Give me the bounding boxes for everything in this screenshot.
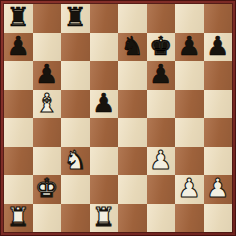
square-b3[interactable] xyxy=(33,147,62,176)
square-d1[interactable]: ♜ xyxy=(90,204,119,233)
square-c6[interactable] xyxy=(61,61,90,90)
square-b8[interactable] xyxy=(33,4,62,33)
square-a2[interactable] xyxy=(4,175,33,204)
square-a8[interactable]: ♜ xyxy=(4,4,33,33)
white-king[interactable]: ♚ xyxy=(35,175,58,201)
square-c2[interactable] xyxy=(61,175,90,204)
square-f2[interactable] xyxy=(147,175,176,204)
square-b6[interactable]: ♟ xyxy=(33,61,62,90)
square-d7[interactable] xyxy=(90,33,119,62)
square-e6[interactable] xyxy=(118,61,147,90)
square-a7[interactable]: ♟ xyxy=(4,33,33,62)
white-knight[interactable]: ♞ xyxy=(64,147,87,173)
black-king[interactable]: ♚ xyxy=(149,33,172,59)
square-h1[interactable] xyxy=(204,204,233,233)
square-g4[interactable] xyxy=(175,118,204,147)
black-pawn[interactable]: ♟ xyxy=(149,61,172,87)
square-d5[interactable]: ♟ xyxy=(90,90,119,119)
square-b4[interactable] xyxy=(33,118,62,147)
square-f8[interactable] xyxy=(147,4,176,33)
black-pawn[interactable]: ♟ xyxy=(178,33,201,59)
square-a5[interactable] xyxy=(4,90,33,119)
square-a1[interactable]: ♜ xyxy=(4,204,33,233)
white-pawn[interactable]: ♟ xyxy=(149,147,172,173)
square-f1[interactable] xyxy=(147,204,176,233)
square-g1[interactable] xyxy=(175,204,204,233)
square-g6[interactable] xyxy=(175,61,204,90)
white-pawn[interactable]: ♟ xyxy=(206,175,229,201)
square-c7[interactable] xyxy=(61,33,90,62)
black-rook[interactable]: ♜ xyxy=(7,4,30,30)
square-h7[interactable]: ♟ xyxy=(204,33,233,62)
square-b2[interactable]: ♚ xyxy=(33,175,62,204)
black-pawn[interactable]: ♟ xyxy=(206,33,229,59)
square-h2[interactable]: ♟ xyxy=(204,175,233,204)
square-g7[interactable]: ♟ xyxy=(175,33,204,62)
square-a4[interactable] xyxy=(4,118,33,147)
square-d3[interactable] xyxy=(90,147,119,176)
square-b1[interactable] xyxy=(33,204,62,233)
square-e1[interactable] xyxy=(118,204,147,233)
black-pawn[interactable]: ♟ xyxy=(7,33,30,59)
square-h8[interactable] xyxy=(204,4,233,33)
square-c3[interactable]: ♞ xyxy=(61,147,90,176)
black-rook[interactable]: ♜ xyxy=(64,4,87,30)
square-e7[interactable]: ♞ xyxy=(118,33,147,62)
black-pawn[interactable]: ♟ xyxy=(35,61,58,87)
square-f7[interactable]: ♚ xyxy=(147,33,176,62)
white-bishop[interactable]: ♝ xyxy=(35,90,58,116)
chess-board: ♜♜♟♞♚♟♟♟♟♝♟♞♟♚♟♟♜♜ xyxy=(4,4,232,232)
white-rook[interactable]: ♜ xyxy=(92,204,115,230)
square-c8[interactable]: ♜ xyxy=(61,4,90,33)
square-c4[interactable] xyxy=(61,118,90,147)
square-g5[interactable] xyxy=(175,90,204,119)
black-knight[interactable]: ♞ xyxy=(121,33,144,59)
square-d4[interactable] xyxy=(90,118,119,147)
square-d8[interactable] xyxy=(90,4,119,33)
square-f5[interactable] xyxy=(147,90,176,119)
square-h6[interactable] xyxy=(204,61,233,90)
white-pawn[interactable]: ♟ xyxy=(178,175,201,201)
square-e4[interactable] xyxy=(118,118,147,147)
square-f6[interactable]: ♟ xyxy=(147,61,176,90)
square-e3[interactable] xyxy=(118,147,147,176)
square-f4[interactable] xyxy=(147,118,176,147)
square-d6[interactable] xyxy=(90,61,119,90)
square-c1[interactable] xyxy=(61,204,90,233)
square-d2[interactable] xyxy=(90,175,119,204)
black-pawn[interactable]: ♟ xyxy=(92,90,115,116)
square-g3[interactable] xyxy=(175,147,204,176)
square-h3[interactable] xyxy=(204,147,233,176)
square-h5[interactable] xyxy=(204,90,233,119)
square-e2[interactable] xyxy=(118,175,147,204)
square-h4[interactable] xyxy=(204,118,233,147)
square-a6[interactable] xyxy=(4,61,33,90)
square-g2[interactable]: ♟ xyxy=(175,175,204,204)
square-e8[interactable] xyxy=(118,4,147,33)
square-a3[interactable] xyxy=(4,147,33,176)
square-e5[interactable] xyxy=(118,90,147,119)
square-b5[interactable]: ♝ xyxy=(33,90,62,119)
chess-board-frame: ♜♜♟♞♚♟♟♟♟♝♟♞♟♚♟♟♜♜ xyxy=(0,0,236,236)
white-rook[interactable]: ♜ xyxy=(7,204,30,230)
square-g8[interactable] xyxy=(175,4,204,33)
square-b7[interactable] xyxy=(33,33,62,62)
square-f3[interactable]: ♟ xyxy=(147,147,176,176)
square-c5[interactable] xyxy=(61,90,90,119)
